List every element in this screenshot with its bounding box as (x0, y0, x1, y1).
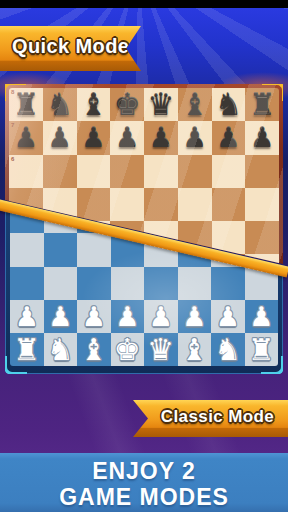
square[interactable] (178, 267, 212, 300)
square[interactable] (77, 188, 111, 221)
chess-piece-black-p: ♟ (48, 124, 72, 151)
square[interactable]: ♞ (212, 88, 246, 121)
square[interactable]: ♚ (111, 333, 145, 366)
square[interactable]: ♟ (110, 121, 144, 154)
chess-piece-white-n: ♞ (214, 335, 241, 365)
square[interactable]: ♞ (211, 333, 245, 366)
chess-piece-white-p: ♟ (249, 303, 273, 330)
caption-line-1: ENJOY 2 (0, 458, 288, 484)
chess-piece-black-p: ♟ (81, 124, 105, 151)
chess-piece-black-p: ♟ (14, 124, 38, 151)
square[interactable]: ♝ (77, 88, 111, 121)
chess-piece-white-b: ♝ (80, 335, 107, 365)
square[interactable]: ♝ (77, 333, 111, 366)
square[interactable] (144, 188, 178, 221)
square[interactable]: ♛ (144, 88, 178, 121)
square[interactable]: ♟ (178, 121, 212, 154)
rank-label: 7 (11, 122, 14, 128)
cyan-corner-icon (261, 356, 284, 375)
square[interactable]: ♟ (10, 300, 44, 333)
square[interactable]: ♚ (110, 88, 144, 121)
classic-mode-banner: Classic Mode (133, 400, 288, 437)
square[interactable]: 7♟ (9, 121, 43, 154)
square[interactable] (77, 233, 111, 266)
chess-piece-black-p: ♟ (115, 124, 139, 151)
square[interactable]: ♟ (77, 300, 111, 333)
square[interactable] (245, 221, 279, 254)
chess-piece-white-p: ♟ (82, 303, 106, 330)
square[interactable]: ♞ (44, 333, 78, 366)
square[interactable]: ♟ (245, 300, 279, 333)
square[interactable] (110, 155, 144, 188)
square[interactable] (43, 155, 77, 188)
rank-label: 6 (11, 156, 14, 162)
status-bar (0, 0, 288, 8)
square[interactable] (144, 267, 178, 300)
square[interactable]: ♟ (211, 300, 245, 333)
square[interactable] (10, 267, 44, 300)
cyan-corner-icon (4, 356, 27, 375)
square[interactable] (44, 233, 78, 266)
square[interactable] (144, 155, 178, 188)
square[interactable] (44, 267, 78, 300)
gold-corner-icon (3, 82, 26, 101)
chess-piece-black-k: ♚ (114, 90, 141, 120)
chess-piece-black-p: ♟ (149, 124, 173, 151)
quick-mode-banner: Quick Mode (0, 26, 141, 71)
classic-mode-label: Classic Mode (161, 407, 274, 426)
square[interactable] (110, 188, 144, 221)
chess-piece-white-n: ♞ (47, 335, 74, 365)
chess-piece-white-p: ♟ (15, 303, 39, 330)
square[interactable] (245, 155, 279, 188)
square[interactable] (77, 155, 111, 188)
chess-piece-black-p: ♟ (183, 124, 207, 151)
square[interactable]: ♟ (144, 121, 178, 154)
square[interactable]: 6 (9, 155, 43, 188)
square[interactable] (178, 155, 212, 188)
chess-piece-white-b: ♝ (181, 335, 208, 365)
quick-mode-label: Quick Mode (12, 35, 129, 57)
chess-piece-black-q: ♛ (147, 90, 174, 120)
square[interactable] (111, 267, 145, 300)
chess-piece-black-n: ♞ (46, 90, 73, 120)
square[interactable] (245, 188, 279, 221)
caption-line-2: GAME MODES (0, 484, 288, 510)
chess-piece-white-p: ♟ (115, 303, 139, 330)
square[interactable] (212, 188, 246, 221)
square[interactable] (10, 233, 44, 266)
square[interactable] (211, 267, 245, 300)
square[interactable] (212, 155, 246, 188)
chess-piece-black-b: ♝ (181, 90, 208, 120)
chess-piece-black-p: ♟ (216, 124, 240, 151)
square[interactable]: ♞ (43, 88, 77, 121)
square[interactable]: ♟ (178, 300, 212, 333)
chess-piece-white-q: ♛ (147, 335, 174, 365)
chess-piece-white-p: ♟ (216, 303, 240, 330)
square[interactable]: ♟ (111, 300, 145, 333)
square[interactable]: ♟ (212, 121, 246, 154)
square[interactable]: ♝ (178, 88, 212, 121)
chess-piece-black-b: ♝ (80, 90, 107, 120)
caption-band: ENJOY 2 GAME MODES (0, 453, 288, 512)
square[interactable] (77, 267, 111, 300)
gold-corner-icon (262, 82, 285, 101)
square[interactable]: ♟ (77, 121, 111, 154)
square[interactable]: ♟ (245, 121, 279, 154)
chess-piece-white-p: ♟ (182, 303, 206, 330)
square[interactable]: ♟ (43, 121, 77, 154)
square[interactable]: ♝ (178, 333, 212, 366)
promo-screen: Quick Mode 8♜♞♝♚♛♝♞♜7♟♟♟♟♟♟♟♟6 ♟♟♟♟♟♟♟♟♜… (0, 0, 288, 512)
square[interactable]: ♛ (144, 333, 178, 366)
square[interactable]: ♟ (44, 300, 78, 333)
chess-piece-white-p: ♟ (149, 303, 173, 330)
square[interactable]: ♟ (144, 300, 178, 333)
chess-piece-white-k: ♚ (114, 335, 141, 365)
chess-piece-black-n: ♞ (215, 90, 242, 120)
chess-piece-white-p: ♟ (48, 303, 72, 330)
square[interactable] (178, 188, 212, 221)
chess-piece-black-p: ♟ (250, 124, 274, 151)
